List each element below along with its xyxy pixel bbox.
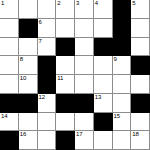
white-cell-r0c3[interactable]: 2	[56, 0, 75, 19]
white-cell-r0c4[interactable]: 3	[75, 0, 94, 19]
black-cell-r5c3	[56, 94, 75, 113]
white-cell-r0c1[interactable]	[19, 0, 38, 19]
black-cell-r0c6	[113, 0, 132, 19]
clue-number-14: 14	[1, 113, 7, 120]
white-cell-r0c5[interactable]: 4	[94, 0, 113, 19]
white-cell-r3c4[interactable]	[75, 56, 94, 75]
clue-number-12: 12	[39, 94, 45, 101]
white-cell-r3c1[interactable]: 8	[19, 56, 38, 75]
clue-number-3: 3	[76, 0, 79, 7]
black-cell-r5c7	[131, 94, 150, 113]
black-cell-r5c4	[75, 94, 94, 113]
black-cell-r4c2	[38, 75, 57, 94]
white-cell-r2c7[interactable]	[131, 38, 150, 57]
white-cell-r6c0[interactable]: 14	[0, 113, 19, 132]
white-cell-r2c1[interactable]	[19, 38, 38, 57]
black-cell-r2c6	[113, 38, 132, 57]
clue-number-4: 4	[95, 0, 98, 7]
black-cell-r2c3	[56, 38, 75, 57]
white-cell-r1c0[interactable]	[0, 19, 19, 38]
white-cell-r4c1[interactable]: 10	[19, 75, 38, 94]
white-cell-r7c6[interactable]	[113, 131, 132, 150]
white-cell-r4c3[interactable]: 11	[56, 75, 75, 94]
black-cell-r5c0	[0, 94, 19, 113]
clue-number-7: 7	[39, 38, 42, 45]
black-cell-r3c7	[131, 56, 150, 75]
white-cell-r5c5[interactable]: 13	[94, 94, 113, 113]
white-cell-r1c4[interactable]	[75, 19, 94, 38]
white-cell-r3c3[interactable]	[56, 56, 75, 75]
clue-number-9: 9	[114, 56, 117, 63]
clue-number-1: 1	[1, 0, 4, 7]
clue-number-6: 6	[39, 19, 42, 26]
white-cell-r4c7[interactable]	[131, 75, 150, 94]
white-cell-r4c5[interactable]	[94, 75, 113, 94]
black-cell-r1c1	[19, 19, 38, 38]
white-cell-r7c4[interactable]: 17	[75, 131, 94, 150]
white-cell-r5c2[interactable]: 12	[38, 94, 57, 113]
white-cell-r7c2[interactable]	[38, 131, 57, 150]
white-cell-r2c2[interactable]: 7	[38, 38, 57, 57]
white-cell-r4c4[interactable]	[75, 75, 94, 94]
white-cell-r7c7[interactable]: 18	[131, 131, 150, 150]
white-cell-r6c6[interactable]: 15	[113, 113, 132, 132]
black-cell-r2c5	[94, 38, 113, 57]
clue-number-10: 10	[20, 75, 26, 82]
clue-number-18: 18	[132, 131, 138, 138]
white-cell-r3c5[interactable]	[94, 56, 113, 75]
black-cell-r7c0	[0, 131, 19, 150]
clue-number-2: 2	[57, 0, 60, 7]
white-cell-r7c1[interactable]: 16	[19, 131, 38, 150]
black-cell-r1c6	[113, 19, 132, 38]
black-cell-r6c5	[94, 113, 113, 132]
black-cell-r7c3	[56, 131, 75, 150]
black-cell-r3c2	[38, 56, 57, 75]
white-cell-r3c0[interactable]	[0, 56, 19, 75]
white-cell-r0c7[interactable]: 5	[131, 0, 150, 19]
white-cell-r2c0[interactable]	[0, 38, 19, 57]
white-cell-r1c7[interactable]	[131, 19, 150, 38]
clue-number-15: 15	[114, 113, 120, 120]
white-cell-r7c5[interactable]	[94, 131, 113, 150]
white-cell-r1c5[interactable]	[94, 19, 113, 38]
white-cell-r4c6[interactable]	[113, 75, 132, 94]
white-cell-r2c4[interactable]	[75, 38, 94, 57]
white-cell-r6c2[interactable]	[38, 113, 57, 132]
clue-number-5: 5	[132, 0, 135, 7]
white-cell-r1c3[interactable]	[56, 19, 75, 38]
white-cell-r0c2[interactable]	[38, 0, 57, 19]
white-cell-r6c4[interactable]	[75, 113, 94, 132]
clue-number-11: 11	[57, 75, 63, 82]
crossword-board: 123456789101112131415161718	[0, 0, 150, 150]
clue-number-13: 13	[95, 94, 101, 101]
white-cell-r6c7[interactable]	[131, 113, 150, 132]
white-cell-r4c0[interactable]	[0, 75, 19, 94]
white-cell-r6c1[interactable]	[19, 113, 38, 132]
clue-number-16: 16	[20, 131, 26, 138]
white-cell-r6c3[interactable]	[56, 113, 75, 132]
white-cell-r3c6[interactable]: 9	[113, 56, 132, 75]
white-cell-r5c6[interactable]	[113, 94, 132, 113]
clue-number-17: 17	[76, 131, 82, 138]
white-cell-r0c0[interactable]: 1	[0, 0, 19, 19]
white-cell-r1c2[interactable]: 6	[38, 19, 57, 38]
clue-number-8: 8	[20, 56, 23, 63]
black-cell-r5c1	[19, 94, 38, 113]
